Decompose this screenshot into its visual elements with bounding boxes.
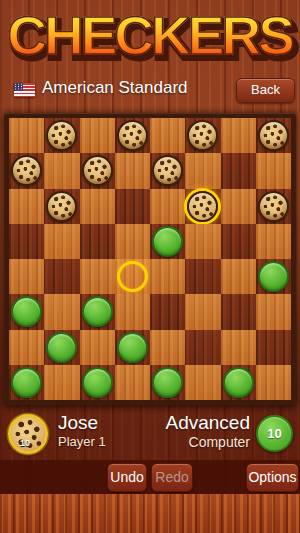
board-cell-r0c2[interactable] (80, 118, 115, 153)
toolbar: Undo Redo Options (0, 460, 300, 494)
computer-piece-count-badge: 10 (256, 415, 293, 452)
board-cell-r1c2[interactable] (80, 153, 115, 188)
board-cell-r5c6[interactable] (221, 294, 256, 329)
board-cell-r3c0[interactable] (9, 224, 44, 259)
board-cell-r4c6[interactable] (221, 259, 256, 294)
cookie-piece[interactable] (46, 120, 77, 151)
board-cell-r0c5[interactable] (185, 118, 220, 153)
board-cell-r6c5[interactable] (185, 330, 220, 365)
board-cell-r2c6[interactable] (221, 189, 256, 224)
app-logo: CHECKERS CHECKERS (0, 2, 300, 72)
cookie-piece[interactable] (258, 191, 289, 222)
board-cell-r6c4[interactable] (150, 330, 185, 365)
green-piece[interactable] (152, 226, 183, 257)
board-cell-r6c6[interactable] (221, 330, 256, 365)
board-cell-r0c6[interactable] (221, 118, 256, 153)
board-cell-r4c0[interactable] (9, 259, 44, 294)
board-cell-r0c0[interactable] (9, 118, 44, 153)
player1-role: Player 1 (58, 434, 106, 449)
board-cell-r2c2[interactable] (80, 189, 115, 224)
board-cell-r2c4[interactable] (150, 189, 185, 224)
board-cell-r6c1[interactable] (44, 330, 79, 365)
board-cell-r1c1[interactable] (44, 153, 79, 188)
board-cell-r2c1[interactable] (44, 189, 79, 224)
board-cell-r4c4[interactable] (150, 259, 185, 294)
board-cell-r5c4[interactable] (150, 294, 185, 329)
board-cell-r1c6[interactable] (221, 153, 256, 188)
board-cell-r1c5[interactable] (185, 153, 220, 188)
player1-piece-count: 10 (20, 438, 30, 448)
board-cell-r5c2[interactable] (80, 294, 115, 329)
board-cell-r3c7[interactable] (256, 224, 291, 259)
board-cell-r7c7[interactable] (256, 365, 291, 400)
board-cell-r3c5[interactable] (185, 224, 220, 259)
redo-button[interactable]: Redo (151, 463, 193, 492)
green-piece[interactable] (152, 367, 183, 398)
board-cell-r4c2[interactable] (80, 259, 115, 294)
board-cell-r7c1[interactable] (44, 365, 79, 400)
player2-role: Computer (189, 434, 250, 450)
player-bar: 10 Jose Player 1 Advanced Computer 10 (0, 405, 300, 460)
board-cell-r6c0[interactable] (9, 330, 44, 365)
board-cell-r2c7[interactable] (256, 189, 291, 224)
cookie-piece[interactable] (11, 155, 42, 186)
board-cell-r6c3[interactable] (115, 330, 150, 365)
board-cell-r1c4[interactable] (150, 153, 185, 188)
us-flag-icon (14, 83, 35, 97)
board-cell-r3c2[interactable] (80, 224, 115, 259)
subheader: American Standard Back (0, 76, 300, 106)
app-logo-text: CHECKERS (8, 5, 293, 65)
footer-wood (0, 494, 300, 533)
green-piece[interactable] (258, 261, 289, 292)
green-piece[interactable] (117, 332, 148, 363)
board-cell-r5c7[interactable] (256, 294, 291, 329)
board-cell-r4c3[interactable] (115, 259, 150, 294)
undo-button[interactable]: Undo (107, 463, 147, 492)
board-cell-r0c7[interactable] (256, 118, 291, 153)
move-highlight-ring (117, 261, 148, 292)
board-cell-r0c3[interactable] (115, 118, 150, 153)
cookie-piece[interactable] (117, 120, 148, 151)
back-button[interactable]: Back (236, 78, 295, 103)
board-cell-r0c4[interactable] (150, 118, 185, 153)
board-cell-r7c2[interactable] (80, 365, 115, 400)
board-cell-r5c1[interactable] (44, 294, 79, 329)
green-piece[interactable] (11, 296, 42, 327)
board-cell-r4c5[interactable] (185, 259, 220, 294)
cookie-piece-highlighted[interactable] (187, 191, 218, 222)
cookie-piece[interactable] (82, 155, 113, 186)
cookie-piece[interactable] (187, 120, 218, 151)
board-cell-r4c7[interactable] (256, 259, 291, 294)
board-cell-r7c6[interactable] (221, 365, 256, 400)
player1-name: Jose (58, 412, 98, 434)
board-cell-r6c2[interactable] (80, 330, 115, 365)
variant-label: American Standard (42, 78, 188, 98)
board-cell-r3c1[interactable] (44, 224, 79, 259)
board-grid (9, 118, 291, 400)
board-cell-r7c4[interactable] (150, 365, 185, 400)
green-piece[interactable] (223, 367, 254, 398)
cookie-piece[interactable] (152, 155, 183, 186)
board-frame (4, 113, 296, 405)
board-cell-r1c3[interactable] (115, 153, 150, 188)
board-cell-r3c4[interactable] (150, 224, 185, 259)
board-cell-r2c3[interactable] (115, 189, 150, 224)
board-cell-r7c0[interactable] (9, 365, 44, 400)
board-cell-r1c7[interactable] (256, 153, 291, 188)
checkers-app: CHECKERS CHECKERS American Standard Back… (0, 0, 300, 533)
green-piece[interactable] (82, 367, 113, 398)
board-cell-r5c3[interactable] (115, 294, 150, 329)
green-piece[interactable] (46, 332, 77, 363)
board-cell-r5c5[interactable] (185, 294, 220, 329)
cookie-piece[interactable] (258, 120, 289, 151)
green-piece[interactable] (82, 296, 113, 327)
board-cell-r3c3[interactable] (115, 224, 150, 259)
board-cell-r5c0[interactable] (9, 294, 44, 329)
board-cell-r7c3[interactable] (115, 365, 150, 400)
player1-cookie-avatar: 10 (8, 414, 48, 454)
player2-name: Advanced (165, 412, 250, 434)
board-cell-r3c6[interactable] (221, 224, 256, 259)
board-cell-r2c5[interactable] (185, 189, 220, 224)
board-cell-r0c1[interactable] (44, 118, 79, 153)
board-cell-r7c5[interactable] (185, 365, 220, 400)
green-piece[interactable] (11, 367, 42, 398)
board-cell-r2c0[interactable] (9, 189, 44, 224)
options-button[interactable]: Options (246, 463, 299, 492)
board-cell-r1c0[interactable] (9, 153, 44, 188)
board-cell-r4c1[interactable] (44, 259, 79, 294)
board-cell-r6c7[interactable] (256, 330, 291, 365)
cookie-piece[interactable] (46, 191, 77, 222)
